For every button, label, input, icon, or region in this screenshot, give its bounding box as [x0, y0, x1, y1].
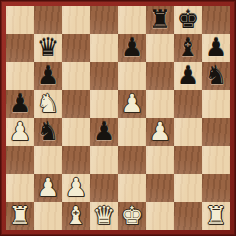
- square-h7[interactable]: ♟: [202, 34, 230, 62]
- piece-white-pawn[interactable]: ♟: [121, 90, 143, 118]
- square-h2[interactable]: [202, 174, 230, 202]
- square-c3[interactable]: [62, 146, 90, 174]
- square-a7[interactable]: [6, 34, 34, 62]
- square-f1[interactable]: [146, 202, 174, 230]
- square-h8[interactable]: [202, 6, 230, 34]
- square-f5[interactable]: [146, 90, 174, 118]
- square-e1[interactable]: ♚: [118, 202, 146, 230]
- square-c7[interactable]: [62, 34, 90, 62]
- square-d8[interactable]: [90, 6, 118, 34]
- piece-white-bishop[interactable]: ♝: [65, 202, 87, 230]
- square-e5[interactable]: ♟: [118, 90, 146, 118]
- piece-white-king[interactable]: ♚: [121, 202, 143, 230]
- square-a3[interactable]: [6, 146, 34, 174]
- square-d6[interactable]: [90, 62, 118, 90]
- square-h1[interactable]: ♜: [202, 202, 230, 230]
- square-a2[interactable]: [6, 174, 34, 202]
- square-c8[interactable]: [62, 6, 90, 34]
- piece-white-knight[interactable]: ♞: [37, 90, 59, 118]
- piece-black-pawn[interactable]: ♟: [37, 62, 59, 90]
- square-e4[interactable]: [118, 118, 146, 146]
- piece-black-pawn[interactable]: ♟: [121, 34, 143, 62]
- square-h6[interactable]: ♞: [202, 62, 230, 90]
- square-b3[interactable]: [34, 146, 62, 174]
- board-frame: ♜♚♛♟♝♟♟♟♞♟♞♟♟♞♟♟♟♟♜♝♛♚♜: [0, 0, 236, 236]
- square-d3[interactable]: [90, 146, 118, 174]
- square-c4[interactable]: [62, 118, 90, 146]
- square-f2[interactable]: [146, 174, 174, 202]
- square-c1[interactable]: ♝: [62, 202, 90, 230]
- square-g4[interactable]: [174, 118, 202, 146]
- square-c2[interactable]: ♟: [62, 174, 90, 202]
- square-b6[interactable]: ♟: [34, 62, 62, 90]
- square-b8[interactable]: [34, 6, 62, 34]
- piece-white-pawn[interactable]: ♟: [65, 174, 87, 202]
- square-f3[interactable]: [146, 146, 174, 174]
- chess-board: ♜♚♛♟♝♟♟♟♞♟♞♟♟♞♟♟♟♟♜♝♛♚♜: [6, 6, 230, 230]
- piece-white-pawn[interactable]: ♟: [9, 118, 31, 146]
- piece-black-pawn[interactable]: ♟: [93, 118, 115, 146]
- square-g1[interactable]: [174, 202, 202, 230]
- piece-black-queen[interactable]: ♛: [37, 34, 59, 62]
- square-c6[interactable]: [62, 62, 90, 90]
- square-g6[interactable]: ♟: [174, 62, 202, 90]
- piece-black-pawn[interactable]: ♟: [205, 34, 227, 62]
- piece-black-knight[interactable]: ♞: [37, 118, 59, 146]
- piece-white-rook[interactable]: ♜: [9, 202, 31, 230]
- square-f4[interactable]: ♟: [146, 118, 174, 146]
- square-h3[interactable]: [202, 146, 230, 174]
- piece-white-pawn[interactable]: ♟: [37, 174, 59, 202]
- square-f6[interactable]: [146, 62, 174, 90]
- square-d4[interactable]: ♟: [90, 118, 118, 146]
- piece-white-queen[interactable]: ♛: [93, 202, 115, 230]
- square-a8[interactable]: [6, 6, 34, 34]
- square-b4[interactable]: ♞: [34, 118, 62, 146]
- square-e6[interactable]: [118, 62, 146, 90]
- square-d7[interactable]: [90, 34, 118, 62]
- square-a4[interactable]: ♟: [6, 118, 34, 146]
- piece-black-bishop[interactable]: ♝: [177, 34, 199, 62]
- square-g8[interactable]: ♚: [174, 6, 202, 34]
- square-a6[interactable]: [6, 62, 34, 90]
- piece-white-pawn[interactable]: ♟: [149, 118, 171, 146]
- square-a1[interactable]: ♜: [6, 202, 34, 230]
- square-e3[interactable]: [118, 146, 146, 174]
- piece-black-king[interactable]: ♚: [177, 6, 199, 34]
- piece-black-pawn[interactable]: ♟: [177, 62, 199, 90]
- square-b5[interactable]: ♞: [34, 90, 62, 118]
- square-g7[interactable]: ♝: [174, 34, 202, 62]
- square-a5[interactable]: ♟: [6, 90, 34, 118]
- square-g3[interactable]: [174, 146, 202, 174]
- piece-white-rook[interactable]: ♜: [205, 202, 227, 230]
- square-b7[interactable]: ♛: [34, 34, 62, 62]
- piece-black-rook[interactable]: ♜: [149, 6, 171, 34]
- square-d2[interactable]: [90, 174, 118, 202]
- square-b2[interactable]: ♟: [34, 174, 62, 202]
- square-e8[interactable]: [118, 6, 146, 34]
- square-f7[interactable]: [146, 34, 174, 62]
- square-g2[interactable]: [174, 174, 202, 202]
- square-d1[interactable]: ♛: [90, 202, 118, 230]
- piece-black-knight[interactable]: ♞: [205, 62, 227, 90]
- square-c5[interactable]: [62, 90, 90, 118]
- square-d5[interactable]: [90, 90, 118, 118]
- square-g5[interactable]: [174, 90, 202, 118]
- piece-black-pawn[interactable]: ♟: [9, 90, 31, 118]
- square-h5[interactable]: [202, 90, 230, 118]
- square-b1[interactable]: [34, 202, 62, 230]
- square-h4[interactable]: [202, 118, 230, 146]
- square-f8[interactable]: ♜: [146, 6, 174, 34]
- square-e7[interactable]: ♟: [118, 34, 146, 62]
- square-e2[interactable]: [118, 174, 146, 202]
